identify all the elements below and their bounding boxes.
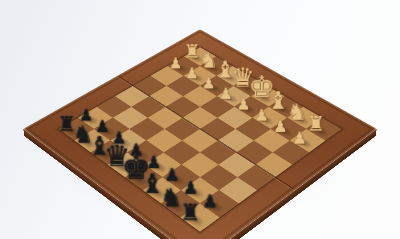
black-rook: ♜ [177,201,205,224]
square-d4 [183,107,218,129]
chess-board: ♜♞♝♛♚♝♞♜♟♟♟♟♟♟♟♟♟♟♟♟♟♟♟♟♜♞♝♛♚♝♞♜ [23,29,377,239]
perspective-scene: ♜♞♝♛♚♝♞♜♟♟♟♟♟♟♟♟♟♟♟♟♟♟♟♟♜♞♝♛♚♝♞♜ [0,0,400,239]
photo-stage: ♜♞♝♛♚♝♞♜♟♟♟♟♟♟♟♟♟♟♟♟♟♟♟♟♜♞♝♛♚♝♞♜ [0,0,400,239]
white-pawn: ♟ [287,130,313,146]
board-grid: ♜♞♝♛♚♝♞♜♟♟♟♟♟♟♟♟♟♟♟♟♟♟♟♟♜♞♝♛♚♝♞♜ [59,47,342,231]
